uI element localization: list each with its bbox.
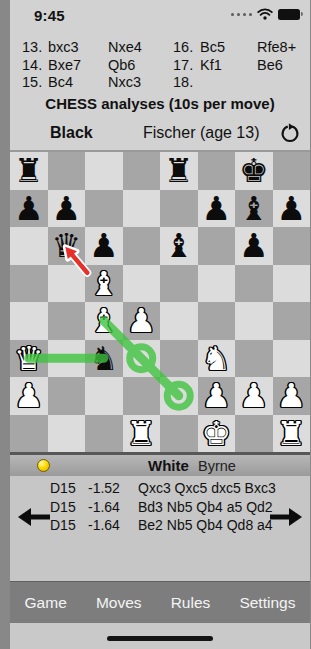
square-f2[interactable]: ♟ (198, 377, 236, 415)
home-indicator[interactable] (107, 636, 213, 641)
black-bishop-g7[interactable]: ♝ (239, 190, 269, 228)
black-move: Be6 (257, 57, 308, 75)
square-e3[interactable] (160, 340, 198, 378)
battery-icon (278, 9, 300, 20)
player-header: Black Fischer (age 13) (10, 121, 310, 147)
square-d8[interactable] (123, 152, 161, 190)
square-h5[interactable] (273, 265, 311, 303)
square-h4[interactable] (273, 302, 311, 340)
bottom-tab-bar: Game Moves Rules Settings (10, 581, 310, 623)
square-f4[interactable] (198, 302, 236, 340)
evaluation: -1.64 (88, 498, 138, 517)
white-rook-d1[interactable]: ♜ (126, 415, 156, 453)
square-b1[interactable] (48, 415, 86, 453)
tab-game[interactable]: Game (25, 594, 67, 612)
analysis-header: White Byrne (10, 455, 310, 476)
white-pawn-g2[interactable]: ♟ (239, 377, 269, 415)
square-d2[interactable] (123, 377, 161, 415)
square-a6[interactable] (10, 227, 48, 265)
move-number: 17. (173, 57, 200, 75)
square-b8[interactable] (48, 152, 86, 190)
turn-indicator-lamp (37, 459, 50, 472)
white-pawn-a2[interactable]: ♟ (14, 377, 44, 415)
white-knight-f3[interactable]: ♞ (201, 340, 231, 378)
black-move: Qb6 (108, 57, 173, 75)
black-pawn-g6[interactable]: ♟ (239, 227, 269, 265)
black-rook-a8[interactable]: ♜ (14, 152, 44, 190)
white-pawn-d4[interactable]: ♟ (126, 302, 156, 340)
black-pawn-h7[interactable]: ♟ (276, 190, 306, 228)
white-player-name: Byrne (198, 458, 236, 474)
black-knight-c3[interactable]: ♞ (89, 340, 119, 378)
black-bishop-e6[interactable]: ♝ (164, 227, 194, 265)
square-g2[interactable]: ♟ (235, 377, 273, 415)
square-f5[interactable] (198, 265, 236, 303)
square-c2[interactable] (85, 377, 123, 415)
square-e7[interactable] (160, 190, 198, 228)
square-g5[interactable] (235, 265, 273, 303)
square-h7[interactable]: ♟ (273, 190, 311, 228)
white-bishop-c4[interactable]: ♝ (89, 302, 119, 340)
clock: 9:45 (34, 7, 65, 24)
square-c4[interactable]: ♝ (85, 302, 123, 340)
white-move: bxc3 (48, 39, 108, 57)
black-rook-e8[interactable]: ♜ (164, 152, 194, 190)
black-queen-b6[interactable]: ♛ (51, 227, 81, 265)
search-depth: D15 (50, 498, 88, 517)
black-move: Nxc3 (108, 74, 173, 92)
square-b2[interactable] (48, 377, 86, 415)
square-a5[interactable] (10, 265, 48, 303)
square-f6[interactable] (198, 227, 236, 265)
white-pawn-f2[interactable]: ♟ (201, 377, 231, 415)
square-d3[interactable] (123, 340, 161, 378)
chess-board[interactable]: ♜♜♚♟♟♟♝♟♛♟♝♟♝♝♟♛♞♞♟♟♟♟♜♚♜ (10, 150, 310, 452)
search-depth: D15 (50, 516, 88, 535)
white-move: Kf1 (200, 57, 257, 75)
square-c5[interactable]: ♝ (85, 265, 123, 303)
black-player-name: Fischer (age 13) (143, 124, 260, 142)
square-e5[interactable] (160, 265, 198, 303)
black-move: Nxe4 (108, 39, 173, 57)
move-number: 15. (22, 74, 48, 92)
square-a2[interactable]: ♟ (10, 377, 48, 415)
white-move: Bc5 (200, 39, 257, 57)
square-b6[interactable]: ♛ (48, 227, 86, 265)
square-g1[interactable] (235, 415, 273, 453)
black-pawn-f7[interactable]: ♟ (201, 190, 231, 228)
square-f7[interactable]: ♟ (198, 190, 236, 228)
white-bishop-c5[interactable]: ♝ (89, 265, 119, 303)
square-d1[interactable]: ♜ (123, 415, 161, 453)
square-a4[interactable] (10, 302, 48, 340)
square-f1[interactable]: ♚ (198, 415, 236, 453)
square-c3[interactable]: ♞ (85, 340, 123, 378)
square-d6[interactable] (123, 227, 161, 265)
square-c6[interactable]: ♟ (85, 227, 123, 265)
engine-line[interactable]: D15 -1.52 Qxc3 Qxc5 dxc5 Bxc3 (50, 479, 310, 498)
white-queen-a3[interactable]: ♛ (14, 340, 44, 378)
square-e6[interactable]: ♝ (160, 227, 198, 265)
wifi-icon (257, 8, 273, 20)
white-pawn-h2[interactable]: ♟ (276, 377, 306, 415)
square-a8[interactable]: ♜ (10, 152, 48, 190)
square-h3[interactable] (273, 340, 311, 378)
square-b4[interactable] (48, 302, 86, 340)
page-title: CHESS analyses (10s per move) (10, 95, 310, 112)
square-b5[interactable] (48, 265, 86, 303)
side-to-view-label: Black (50, 124, 93, 142)
square-a1[interactable] (10, 415, 48, 453)
move-row: 13. bxc3 Nxe4 16. Bc5 Rfe8+ (22, 39, 308, 57)
square-d7[interactable] (123, 190, 161, 228)
square-e1[interactable] (160, 415, 198, 453)
square-c1[interactable] (85, 415, 123, 453)
white-move: Bc4 (48, 74, 108, 92)
tab-rules[interactable]: Rules (171, 594, 211, 612)
square-b7[interactable]: ♟ (48, 190, 86, 228)
status-icons (231, 8, 300, 20)
square-h1[interactable]: ♜ (273, 415, 311, 453)
white-rook-h1[interactable]: ♜ (276, 415, 306, 453)
move-number: 18. (173, 74, 200, 92)
square-f8[interactable] (198, 152, 236, 190)
move-row: 15. Bc4 Nxc3 18. (22, 74, 308, 92)
evaluation: -1.52 (88, 479, 138, 498)
square-b3[interactable] (48, 340, 86, 378)
move-row: 14. Bxe7 Qb6 17. Kf1 Be6 (22, 57, 308, 75)
side-to-move-label: White (148, 457, 189, 474)
home-indicator-area (10, 623, 310, 649)
principal-variation: Qxc3 Qxc5 dxc5 Bxc3 (138, 479, 310, 498)
square-g6[interactable]: ♟ (235, 227, 273, 265)
black-pawn-b7[interactable]: ♟ (51, 190, 81, 228)
black-king-g8[interactable]: ♚ (239, 152, 269, 190)
square-d4[interactable]: ♟ (123, 302, 161, 340)
white-move: Bxe7 (48, 57, 108, 75)
square-h6[interactable] (273, 227, 311, 265)
engine-lines: D15 -1.52 Qxc3 Qxc5 dxc5 Bxc3 D15 -1.64 … (10, 476, 310, 535)
white-move (200, 74, 257, 92)
square-d5[interactable] (123, 265, 161, 303)
cellular-signal-icon (231, 13, 252, 16)
white-king-f1[interactable]: ♚ (201, 415, 231, 453)
previous-move-arrow-icon[interactable] (16, 503, 52, 531)
square-e4[interactable] (160, 302, 198, 340)
move-list[interactable]: 13. bxc3 Nxe4 16. Bc5 Rfe8+ 14. Bxe7 Qb6… (22, 39, 308, 92)
square-e8[interactable]: ♜ (160, 152, 198, 190)
move-number: 16. (173, 39, 200, 57)
engine-analysis-panel: White Byrne D15 -1.52 Qxc3 Qxc5 dxc5 Bxc… (10, 455, 310, 581)
search-depth: D15 (50, 479, 88, 498)
black-move (257, 74, 308, 92)
square-a7[interactable]: ♟ (10, 190, 48, 228)
move-number: 13. (22, 39, 48, 57)
move-number: 14. (22, 57, 48, 75)
tab-settings[interactable]: Settings (239, 594, 295, 612)
square-g8[interactable]: ♚ (235, 152, 273, 190)
square-g3[interactable] (235, 340, 273, 378)
square-h2[interactable]: ♟ (273, 377, 311, 415)
app-screen: 9:45 13. bxc3 Nxe4 16. Bc5 Rfe8+ 14. Bxe… (10, 0, 310, 649)
square-c8[interactable] (85, 152, 123, 190)
tab-moves[interactable]: Moves (96, 594, 142, 612)
square-h8[interactable] (273, 152, 311, 190)
status-bar: 9:45 (10, 0, 310, 26)
black-pawn-a7[interactable]: ♟ (14, 190, 44, 228)
square-g7[interactable]: ♝ (235, 190, 273, 228)
next-move-arrow-icon[interactable] (268, 503, 304, 531)
square-a3[interactable]: ♛ (10, 340, 48, 378)
square-f3[interactable]: ♞ (198, 340, 236, 378)
square-g4[interactable] (235, 302, 273, 340)
square-c7[interactable] (85, 190, 123, 228)
evaluation: -1.64 (88, 516, 138, 535)
black-move: Rfe8+ (257, 39, 308, 57)
square-e2[interactable] (160, 377, 198, 415)
black-pawn-c6[interactable]: ♟ (89, 227, 119, 265)
refresh-icon[interactable] (279, 122, 301, 146)
